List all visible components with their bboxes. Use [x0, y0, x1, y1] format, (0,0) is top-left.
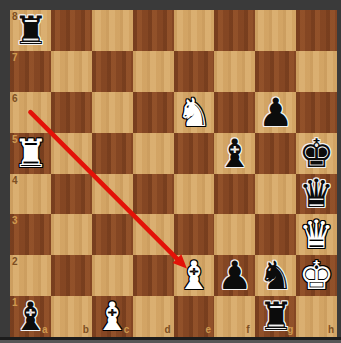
- piece-black-queen-h4[interactable]: ♛: [296, 174, 337, 215]
- square-d8[interactable]: [133, 10, 174, 51]
- square-d5[interactable]: [133, 133, 174, 174]
- square-b6[interactable]: [51, 92, 92, 133]
- square-e1[interactable]: [174, 296, 215, 337]
- square-f1[interactable]: [214, 296, 255, 337]
- square-b3[interactable]: [51, 214, 92, 255]
- piece-white-king-h2[interactable]: ♚: [296, 255, 337, 296]
- square-f8[interactable]: [214, 10, 255, 51]
- square-a5[interactable]: ♜: [10, 133, 51, 174]
- square-g1[interactable]: ♜: [255, 296, 296, 337]
- square-g8[interactable]: [255, 10, 296, 51]
- square-b2[interactable]: [51, 255, 92, 296]
- square-f7[interactable]: [214, 51, 255, 92]
- piece-black-knight-g2[interactable]: ♞: [255, 255, 296, 296]
- square-c3[interactable]: [92, 214, 133, 255]
- piece-black-rook-g1[interactable]: ♜: [255, 296, 296, 337]
- square-d6[interactable]: [133, 92, 174, 133]
- square-b4[interactable]: [51, 174, 92, 215]
- square-a1[interactable]: ♝: [10, 296, 51, 337]
- square-b5[interactable]: [51, 133, 92, 174]
- square-d1[interactable]: [133, 296, 174, 337]
- square-b1[interactable]: [51, 296, 92, 337]
- piece-black-king-h5[interactable]: ♚: [296, 133, 337, 174]
- piece-black-rook-a8[interactable]: ♜: [10, 10, 51, 51]
- square-a2[interactable]: [10, 255, 51, 296]
- square-e8[interactable]: [174, 10, 215, 51]
- square-f3[interactable]: [214, 214, 255, 255]
- piece-white-queen-h3[interactable]: ♛: [296, 214, 337, 255]
- square-h7[interactable]: [296, 51, 337, 92]
- piece-black-bishop-f5[interactable]: ♝: [214, 133, 255, 174]
- square-e2[interactable]: ♝: [174, 255, 215, 296]
- square-a8[interactable]: ♜: [10, 10, 51, 51]
- square-c7[interactable]: [92, 51, 133, 92]
- piece-white-bishop-c1[interactable]: ♝: [92, 296, 133, 337]
- square-h5[interactable]: ♚: [296, 133, 337, 174]
- square-c8[interactable]: [92, 10, 133, 51]
- square-c4[interactable]: [92, 174, 133, 215]
- square-b8[interactable]: [51, 10, 92, 51]
- square-e5[interactable]: [174, 133, 215, 174]
- piece-black-pawn-f2[interactable]: ♟: [214, 255, 255, 296]
- square-f6[interactable]: [214, 92, 255, 133]
- square-g2[interactable]: ♞: [255, 255, 296, 296]
- square-e7[interactable]: [174, 51, 215, 92]
- square-c5[interactable]: [92, 133, 133, 174]
- square-c6[interactable]: [92, 92, 133, 133]
- square-h4[interactable]: ♛: [296, 174, 337, 215]
- square-d7[interactable]: [133, 51, 174, 92]
- square-h6[interactable]: [296, 92, 337, 133]
- square-d2[interactable]: [133, 255, 174, 296]
- square-b7[interactable]: [51, 51, 92, 92]
- square-g6[interactable]: ♟: [255, 92, 296, 133]
- piece-white-bishop-e2[interactable]: ♝: [174, 255, 215, 296]
- square-g4[interactable]: [255, 174, 296, 215]
- square-f4[interactable]: [214, 174, 255, 215]
- square-f5[interactable]: ♝: [214, 133, 255, 174]
- piece-black-bishop-a1[interactable]: ♝: [10, 296, 51, 337]
- square-a4[interactable]: [10, 174, 51, 215]
- piece-black-pawn-g6[interactable]: ♟: [255, 92, 296, 133]
- square-h1[interactable]: [296, 296, 337, 337]
- board-frame: ♜♞♟♜♝♚♛♛♝♟♞♚♝♝♜87654321abcdefgh: [0, 0, 341, 343]
- square-g7[interactable]: [255, 51, 296, 92]
- piece-white-knight-e6[interactable]: ♞: [174, 92, 215, 133]
- square-h2[interactable]: ♚: [296, 255, 337, 296]
- square-d3[interactable]: [133, 214, 174, 255]
- square-e4[interactable]: [174, 174, 215, 215]
- square-e6[interactable]: ♞: [174, 92, 215, 133]
- square-h8[interactable]: [296, 10, 337, 51]
- square-g3[interactable]: [255, 214, 296, 255]
- square-c1[interactable]: ♝: [92, 296, 133, 337]
- square-a3[interactable]: [10, 214, 51, 255]
- square-h3[interactable]: ♛: [296, 214, 337, 255]
- piece-white-rook-a5[interactable]: ♜: [10, 133, 51, 174]
- chess-board: ♜♞♟♜♝♚♛♛♝♟♞♚♝♝♜87654321abcdefgh: [10, 10, 337, 337]
- square-g5[interactable]: [255, 133, 296, 174]
- square-e3[interactable]: [174, 214, 215, 255]
- square-c2[interactable]: [92, 255, 133, 296]
- square-a7[interactable]: [10, 51, 51, 92]
- square-f2[interactable]: ♟: [214, 255, 255, 296]
- square-a6[interactable]: [10, 92, 51, 133]
- square-d4[interactable]: [133, 174, 174, 215]
